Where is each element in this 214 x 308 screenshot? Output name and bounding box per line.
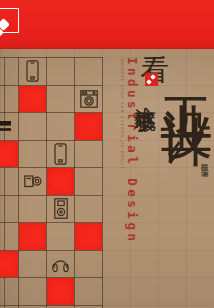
publisher-logo-icon (0, 8, 19, 33)
headphones-icon (51, 254, 70, 273)
kraft-background: GONGYE SHEJI KAN ZHEBEN JIU GOULE Indust… (0, 48, 214, 308)
red-square (75, 223, 102, 250)
seal-diamond-icon (146, 79, 152, 85)
author-credit: 陈根 编著 (200, 157, 208, 163)
red-square (47, 278, 74, 305)
grid-cell-speaker-icon (47, 196, 74, 223)
camera-icon (24, 174, 42, 188)
smartphone-icon (26, 60, 39, 82)
logo-diamond-icon (0, 18, 10, 31)
seal-diamond-icon (150, 74, 156, 80)
smartphone-icon (54, 143, 67, 165)
grid-cell-camera-icon (19, 168, 46, 195)
speaker-icon (54, 198, 68, 219)
book-cover: GONGYE SHEJI KAN ZHEBEN JIU GOULE Indust… (0, 0, 214, 308)
red-square (19, 86, 46, 113)
red-seal-icon (145, 73, 158, 86)
subtitle-cn: 这本就够了 (134, 88, 156, 98)
red-square (47, 168, 74, 195)
grid-line (102, 57, 103, 308)
red-square (75, 113, 102, 140)
icon-grid (0, 48, 104, 308)
top-red-band (0, 0, 214, 49)
grid-cell-headphones-icon (47, 251, 74, 278)
grid-line (0, 57, 103, 58)
main-title-cn: 工业设计 (160, 56, 212, 80)
grid-cell-washing-machine-icon (75, 86, 102, 113)
red-square (19, 223, 46, 250)
grid-line (0, 305, 103, 306)
washing-machine-icon (80, 90, 98, 108)
grid-cell-smartphone-icon (47, 141, 74, 168)
english-title: Industrial Design (125, 57, 140, 244)
grid-cell-soundbar-icon (0, 113, 18, 140)
red-square (0, 251, 18, 278)
grid-cell-smartphone-icon (19, 58, 46, 85)
soundbar-icon (0, 121, 11, 132)
pinyin-caption: GONGYE SHEJI KAN ZHEBEN JIU GOULE (120, 59, 125, 170)
red-square (0, 141, 18, 168)
